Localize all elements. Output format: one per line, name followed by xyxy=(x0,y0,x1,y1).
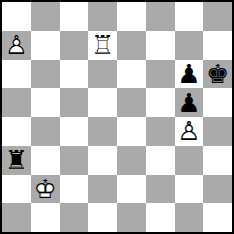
chess-board: ♟♙♜♖♟♚♟♟♙♜♚♔ xyxy=(0,0,234,234)
square-e3[interactable] xyxy=(117,146,146,175)
square-h3[interactable] xyxy=(203,146,232,175)
white-pawn[interactable]: ♟♙ xyxy=(2,31,31,60)
square-b8[interactable] xyxy=(31,2,60,31)
square-a6[interactable] xyxy=(2,60,31,89)
square-b5[interactable] xyxy=(31,88,60,117)
square-c1[interactable] xyxy=(60,203,89,232)
square-d2[interactable] xyxy=(88,175,117,204)
square-g2[interactable] xyxy=(175,175,204,204)
square-g3[interactable] xyxy=(175,146,204,175)
black-rook-icon: ♜ xyxy=(2,146,31,175)
square-c4[interactable] xyxy=(60,117,89,146)
square-c3[interactable] xyxy=(60,146,89,175)
square-d5[interactable] xyxy=(88,88,117,117)
square-a4[interactable] xyxy=(2,117,31,146)
square-b2[interactable]: ♚♔ xyxy=(31,175,60,204)
square-b6[interactable] xyxy=(31,60,60,89)
square-d4[interactable] xyxy=(88,117,117,146)
square-h6[interactable]: ♚ xyxy=(203,60,232,89)
square-h1[interactable] xyxy=(203,203,232,232)
square-d1[interactable] xyxy=(88,203,117,232)
square-f5[interactable] xyxy=(146,88,175,117)
black-pawn[interactable]: ♟ xyxy=(175,88,204,117)
square-f7[interactable] xyxy=(146,31,175,60)
square-c6[interactable] xyxy=(60,60,89,89)
square-g7[interactable] xyxy=(175,31,204,60)
square-a5[interactable] xyxy=(2,88,31,117)
square-d6[interactable] xyxy=(88,60,117,89)
square-a8[interactable] xyxy=(2,2,31,31)
square-d3[interactable] xyxy=(88,146,117,175)
white-pawn-icon: ♙ xyxy=(2,31,31,60)
white-king[interactable]: ♚♔ xyxy=(31,175,60,204)
black-pawn-icon: ♟ xyxy=(175,88,204,117)
square-e6[interactable] xyxy=(117,60,146,89)
square-e8[interactable] xyxy=(117,2,146,31)
black-pawn[interactable]: ♟ xyxy=(175,60,204,89)
square-b1[interactable] xyxy=(31,203,60,232)
square-e4[interactable] xyxy=(117,117,146,146)
square-c8[interactable] xyxy=(60,2,89,31)
square-e5[interactable] xyxy=(117,88,146,117)
square-b3[interactable] xyxy=(31,146,60,175)
square-e7[interactable] xyxy=(117,31,146,60)
square-f2[interactable] xyxy=(146,175,175,204)
black-king-icon: ♚ xyxy=(203,60,232,89)
square-c2[interactable] xyxy=(60,175,89,204)
square-d8[interactable] xyxy=(88,2,117,31)
square-e2[interactable] xyxy=(117,175,146,204)
black-rook[interactable]: ♜ xyxy=(2,146,31,175)
square-h8[interactable] xyxy=(203,2,232,31)
white-rook[interactable]: ♜♖ xyxy=(88,31,117,60)
black-king[interactable]: ♚ xyxy=(203,60,232,89)
white-pawn[interactable]: ♟♙ xyxy=(175,117,204,146)
square-g8[interactable] xyxy=(175,2,204,31)
square-f3[interactable] xyxy=(146,146,175,175)
black-pawn-icon: ♟ xyxy=(175,60,204,89)
square-a1[interactable] xyxy=(2,203,31,232)
square-h5[interactable] xyxy=(203,88,232,117)
square-b4[interactable] xyxy=(31,117,60,146)
square-f8[interactable] xyxy=(146,2,175,31)
square-g4[interactable]: ♟♙ xyxy=(175,117,204,146)
square-a2[interactable] xyxy=(2,175,31,204)
square-f4[interactable] xyxy=(146,117,175,146)
square-c5[interactable] xyxy=(60,88,89,117)
board-grid: ♟♙♜♖♟♚♟♟♙♜♚♔ xyxy=(2,2,232,232)
square-e1[interactable] xyxy=(117,203,146,232)
white-pawn-icon: ♙ xyxy=(175,117,204,146)
square-h4[interactable] xyxy=(203,117,232,146)
square-g5[interactable]: ♟ xyxy=(175,88,204,117)
square-g6[interactable]: ♟ xyxy=(175,60,204,89)
square-h2[interactable] xyxy=(203,175,232,204)
square-f1[interactable] xyxy=(146,203,175,232)
square-h7[interactable] xyxy=(203,31,232,60)
square-b7[interactable] xyxy=(31,31,60,60)
square-d7[interactable]: ♜♖ xyxy=(88,31,117,60)
square-g1[interactable] xyxy=(175,203,204,232)
white-king-icon: ♔ xyxy=(31,175,60,204)
square-a3[interactable]: ♜ xyxy=(2,146,31,175)
square-f6[interactable] xyxy=(146,60,175,89)
white-rook-icon: ♖ xyxy=(88,31,117,60)
square-a7[interactable]: ♟♙ xyxy=(2,31,31,60)
square-c7[interactable] xyxy=(60,31,89,60)
